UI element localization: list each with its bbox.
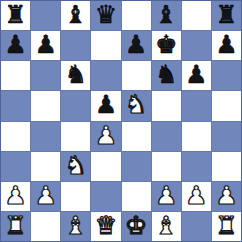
piece-black-king: ♚ [155, 32, 177, 57]
square-c5[interactable] [61, 91, 90, 120]
square-d3[interactable] [91, 152, 120, 181]
square-a2[interactable]: ♟ [1, 182, 30, 211]
piece-white-rook: ♜ [4, 213, 26, 238]
square-d6[interactable] [91, 61, 120, 90]
square-b5[interactable] [31, 91, 60, 120]
square-h6[interactable] [212, 61, 241, 90]
chess-board-container: ♜♝♛♝♜♟♟♟♚♟♞♞♟♟♞♟♞♟♟♟♟♟♜♝♛♚♝♜ [0, 0, 242, 242]
piece-black-pawn: ♟ [215, 32, 237, 57]
square-f8[interactable]: ♝ [152, 1, 181, 30]
square-a3[interactable] [1, 152, 30, 181]
square-c8[interactable]: ♝ [61, 1, 90, 30]
square-h7[interactable]: ♟ [212, 31, 241, 60]
square-f6[interactable]: ♞ [152, 61, 181, 90]
square-a7[interactable]: ♟ [1, 31, 30, 60]
piece-white-pawn: ♟ [215, 183, 237, 208]
square-g4[interactable] [182, 122, 211, 151]
piece-black-rook: ♜ [215, 2, 237, 27]
square-h1[interactable]: ♜ [212, 212, 241, 241]
square-d1[interactable]: ♛ [91, 212, 120, 241]
square-h2[interactable]: ♟ [212, 182, 241, 211]
square-h4[interactable] [212, 122, 241, 151]
piece-black-pawn: ♟ [34, 32, 56, 57]
square-f7[interactable]: ♚ [152, 31, 181, 60]
piece-black-knight: ♞ [155, 62, 177, 87]
piece-black-pawn: ♟ [185, 62, 207, 87]
piece-white-pawn: ♟ [155, 183, 177, 208]
square-e4[interactable] [122, 122, 151, 151]
piece-white-king: ♚ [125, 213, 147, 238]
square-c7[interactable] [61, 31, 90, 60]
piece-white-rook: ♜ [215, 213, 237, 238]
square-c6[interactable]: ♞ [61, 61, 90, 90]
piece-white-pawn: ♟ [185, 183, 207, 208]
square-f3[interactable] [152, 152, 181, 181]
square-e1[interactable]: ♚ [122, 212, 151, 241]
square-d5[interactable]: ♟ [91, 91, 120, 120]
square-c1[interactable]: ♝ [61, 212, 90, 241]
square-a1[interactable]: ♜ [1, 212, 30, 241]
piece-black-queen: ♛ [95, 2, 117, 27]
square-f4[interactable] [152, 122, 181, 151]
square-f5[interactable] [152, 91, 181, 120]
piece-white-pawn: ♟ [34, 183, 56, 208]
square-h8[interactable]: ♜ [212, 1, 241, 30]
square-b2[interactable]: ♟ [31, 182, 60, 211]
piece-white-knight: ♞ [65, 153, 87, 178]
square-b7[interactable]: ♟ [31, 31, 60, 60]
square-e8[interactable] [122, 1, 151, 30]
square-d8[interactable]: ♛ [91, 1, 120, 30]
square-a8[interactable]: ♜ [1, 1, 30, 30]
piece-black-bishop: ♝ [65, 2, 87, 27]
square-a5[interactable] [1, 91, 30, 120]
square-e2[interactable] [122, 182, 151, 211]
square-c3[interactable]: ♞ [61, 152, 90, 181]
square-h3[interactable] [212, 152, 241, 181]
square-b1[interactable] [31, 212, 60, 241]
square-f2[interactable]: ♟ [152, 182, 181, 211]
piece-white-bishop: ♝ [155, 213, 177, 238]
square-g6[interactable]: ♟ [182, 61, 211, 90]
square-g8[interactable] [182, 1, 211, 30]
square-g1[interactable] [182, 212, 211, 241]
square-e3[interactable] [122, 152, 151, 181]
piece-black-pawn: ♟ [4, 32, 26, 57]
square-a4[interactable] [1, 122, 30, 151]
square-b8[interactable] [31, 1, 60, 30]
square-e6[interactable] [122, 61, 151, 90]
square-e7[interactable]: ♟ [122, 31, 151, 60]
square-g3[interactable] [182, 152, 211, 181]
square-b6[interactable] [31, 61, 60, 90]
square-a6[interactable] [1, 61, 30, 90]
piece-white-queen: ♛ [95, 213, 117, 238]
chess-board: ♜♝♛♝♜♟♟♟♚♟♞♞♟♟♞♟♞♟♟♟♟♟♜♝♛♚♝♜ [0, 0, 242, 242]
piece-black-pawn: ♟ [125, 32, 147, 57]
square-b3[interactable] [31, 152, 60, 181]
square-c2[interactable] [61, 182, 90, 211]
square-g5[interactable] [182, 91, 211, 120]
square-b4[interactable] [31, 122, 60, 151]
piece-white-pawn: ♟ [95, 123, 117, 148]
square-d4[interactable]: ♟ [91, 122, 120, 151]
square-d2[interactable] [91, 182, 120, 211]
square-d7[interactable] [91, 31, 120, 60]
piece-black-knight: ♞ [65, 62, 87, 87]
square-c4[interactable] [61, 122, 90, 151]
piece-black-pawn: ♟ [95, 92, 117, 117]
piece-white-knight: ♞ [125, 92, 147, 117]
square-e5[interactable]: ♞ [122, 91, 151, 120]
square-g7[interactable] [182, 31, 211, 60]
piece-white-bishop: ♝ [65, 213, 87, 238]
square-f1[interactable]: ♝ [152, 212, 181, 241]
piece-white-pawn: ♟ [4, 183, 26, 208]
square-g2[interactable]: ♟ [182, 182, 211, 211]
piece-black-bishop: ♝ [155, 2, 177, 27]
square-h5[interactable] [212, 91, 241, 120]
piece-black-rook: ♜ [4, 2, 26, 27]
